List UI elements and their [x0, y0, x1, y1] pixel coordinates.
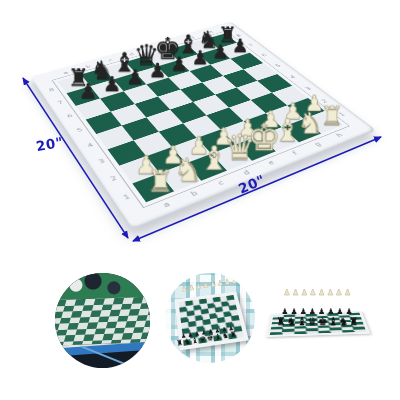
white-pieces-row: ♟♟♟♟♟♟♟♟ [276, 289, 360, 297]
black-pawn: ♟ [212, 43, 229, 62]
rank-label-right-5: 5 [275, 64, 283, 68]
rank-label-right-7: 7 [248, 43, 255, 47]
black-pawn: ♟ [170, 55, 188, 75]
black-pawn: ♟ [103, 74, 122, 95]
black-pawn: ♟ [232, 37, 249, 56]
black-pieces-row: ♜♞♝♛♚♝♞♜ [271, 316, 365, 327]
file-label-g: g [313, 141, 322, 147]
dimension-label-left: 20" [35, 134, 65, 155]
product-page: ♜♞♝♛♚♝♞♜♟♟♟♟♟♟♟♟♟♟♟♟♟♟♟♟♜♞♝♛♚♝♞♜ aabbccd… [0, 0, 400, 400]
chess-board-mat: ♜♞♝♛♚♝♞♜♟♟♟♟♟♟♟♟♟♟♟♟♟♟♟♟♜♞♝♛♚♝♞♜ aabbccd… [31, 22, 377, 230]
white-bishop: ♝ [200, 143, 229, 176]
rank-label-5: 5 [76, 127, 84, 133]
file-label-b: b [190, 190, 200, 197]
white-rook: ♜ [320, 103, 344, 130]
black-pawn: ♟ [149, 61, 167, 81]
white-knight: ♞ [173, 154, 202, 186]
table-background [55, 273, 150, 300]
rank-label-4: 4 [87, 142, 95, 148]
thumbnail-board-closeup[interactable] [55, 273, 150, 368]
white-rook: ♜ [147, 166, 174, 196]
rank-label-6: 6 [66, 113, 73, 118]
rank-label-1: 1 [122, 194, 131, 202]
square-c5 [135, 97, 170, 118]
square-g4 [237, 81, 272, 100]
black-pawn: ♟ [191, 49, 208, 68]
rank-label-right-6: 6 [261, 53, 268, 57]
rank-label-2: 2 [110, 175, 119, 182]
file-label-c: c [217, 180, 226, 187]
file-label-e: e [267, 160, 276, 167]
rank-label-7: 7 [57, 100, 64, 105]
file-label-f: f [291, 151, 299, 157]
thumbnail-set-low-angle[interactable]: ♟♟♟♟♟♟♟♟ ♟♟♟♟♟♟♟♟ ♜♞♝♛♚♝♞♜ [268, 286, 368, 350]
rank-label-right-4: 4 [289, 75, 297, 80]
thumbnail-set-on-cloth[interactable]: ♟♟♟♟♟♟♟♟ ♟♟♟♟♟♟♟♟ ♜♞♝♛♚♝♞♜ [165, 273, 255, 363]
file-label-a: a [162, 201, 171, 209]
checkerboard-closeup [55, 296, 150, 350]
main-product-image[interactable]: ♜♞♝♛♚♝♞♜♟♟♟♟♟♟♟♟♟♟♟♟♟♟♟♟♜♞♝♛♚♝♞♜ aabbccd… [0, 0, 400, 262]
chess-board: ♜♞♝♛♚♝♞♜♟♟♟♟♟♟♟♟♟♟♟♟♟♟♟♟♜♞♝♛♚♝♞♜ [58, 33, 343, 202]
file-label-h: h [335, 132, 344, 138]
black-pawn: ♟ [79, 81, 98, 102]
black-pawn: ♟ [126, 68, 144, 88]
rank-label-8: 8 [48, 88, 55, 93]
rank-label-3: 3 [98, 158, 106, 165]
